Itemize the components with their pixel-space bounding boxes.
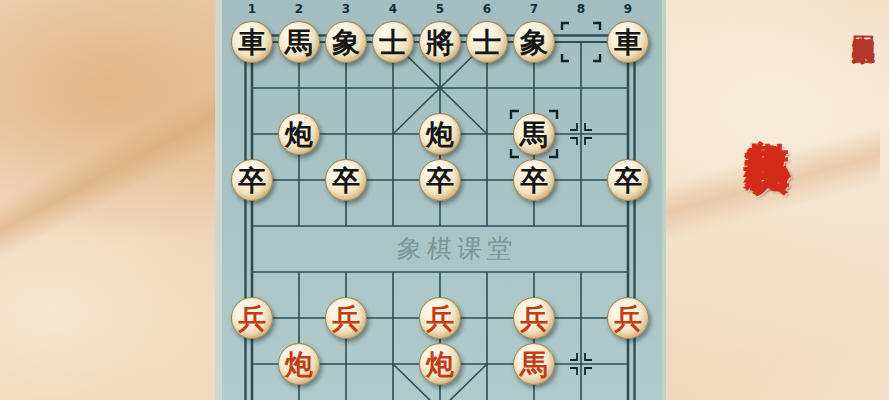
xiangqi-board: 象棋课堂 123456789車馬象士將士象車炮炮馬卒卒卒卒卒兵兵兵兵兵炮炮馬 <box>215 0 666 400</box>
piece-black-soldier[interactable]: 卒 <box>419 159 461 201</box>
column-label-6: 6 <box>478 2 496 16</box>
column-label-8: 8 <box>572 2 590 16</box>
piece-black-cannon[interactable]: 炮 <box>419 113 461 155</box>
piece-red-soldier[interactable]: 兵 <box>231 297 273 339</box>
series-title: 中国象棋宝典系列 <box>851 16 878 226</box>
piece-black-soldier[interactable]: 卒 <box>231 159 273 201</box>
piece-black-elephant[interactable]: 象 <box>325 21 367 63</box>
piece-red-soldier[interactable]: 兵 <box>607 297 649 339</box>
column-label-4: 4 <box>384 2 402 16</box>
piece-black-chariot[interactable]: 車 <box>231 21 273 63</box>
column-label-2: 2 <box>290 2 308 16</box>
piece-black-advisor[interactable]: 士 <box>372 21 414 63</box>
piece-red-cannon[interactable]: 炮 <box>278 343 320 385</box>
piece-black-elephant[interactable]: 象 <box>513 21 555 63</box>
screenshot-root: { "game": "xiangqi", "title_panel": { "s… <box>0 0 889 400</box>
piece-black-advisor[interactable]: 士 <box>466 21 508 63</box>
piece-red-horse[interactable]: 馬 <box>513 343 555 385</box>
column-label-1: 1 <box>243 2 261 16</box>
piece-black-chariot[interactable]: 車 <box>607 21 649 63</box>
piece-black-soldier[interactable]: 卒 <box>325 159 367 201</box>
piece-black-horse[interactable]: 馬 <box>513 113 555 155</box>
piece-black-horse[interactable]: 馬 <box>278 21 320 63</box>
column-label-9: 9 <box>619 2 637 16</box>
book-title: 象棋速胜秘诀 <box>743 103 793 399</box>
column-label-7: 7 <box>525 2 543 16</box>
piece-red-soldier[interactable]: 兵 <box>419 297 461 339</box>
piece-black-general[interactable]: 將 <box>419 21 461 63</box>
piece-black-cannon[interactable]: 炮 <box>278 113 320 155</box>
column-label-5: 5 <box>431 2 449 16</box>
piece-red-soldier[interactable]: 兵 <box>513 297 555 339</box>
piece-black-soldier[interactable]: 卒 <box>513 159 555 201</box>
piece-red-soldier[interactable]: 兵 <box>325 297 367 339</box>
column-label-3: 3 <box>337 2 355 16</box>
piece-red-cannon[interactable]: 炮 <box>419 343 461 385</box>
piece-black-soldier[interactable]: 卒 <box>607 159 649 201</box>
